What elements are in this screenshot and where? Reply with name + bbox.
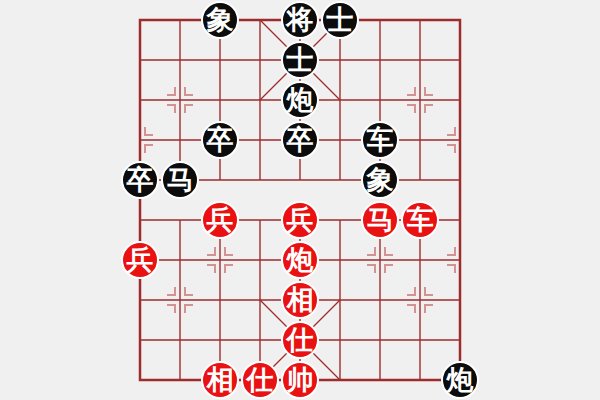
board-point-5-0[interactable]: 士	[320, 0, 360, 40]
black-soldier[interactable]: 卒	[121, 161, 159, 199]
board-point-1-2[interactable]	[160, 80, 200, 120]
board-point-2-0[interactable]: 象	[200, 0, 240, 40]
red-soldier[interactable]: 兵	[281, 201, 319, 239]
board-point-3-3[interactable]	[240, 120, 280, 160]
board-point-3-6[interactable]	[240, 240, 280, 280]
board-point-1-7[interactable]	[160, 280, 200, 320]
board-point-3-7[interactable]	[240, 280, 280, 320]
board-point-8-5[interactable]	[440, 200, 480, 240]
board-point-4-2[interactable]: 炮	[280, 80, 320, 120]
board-point-8-9[interactable]: 炮	[440, 360, 480, 400]
board-point-7-0[interactable]	[400, 0, 440, 40]
board-point-5-3[interactable]	[320, 120, 360, 160]
board-point-8-7[interactable]	[440, 280, 480, 320]
board-point-8-4[interactable]	[440, 160, 480, 200]
black-cannon[interactable]: 炮	[441, 361, 479, 399]
board-point-5-8[interactable]	[320, 320, 360, 360]
board-point-6-5[interactable]: 马	[360, 200, 400, 240]
red-horse[interactable]: 马	[361, 201, 399, 239]
board-point-8-1[interactable]	[440, 40, 480, 80]
red-chariot[interactable]: 车	[401, 201, 439, 239]
board-point-0-8[interactable]	[120, 320, 160, 360]
red-soldier[interactable]: 兵	[201, 201, 239, 239]
board-point-5-4[interactable]	[320, 160, 360, 200]
board-point-5-1[interactable]	[320, 40, 360, 80]
board-point-4-4[interactable]	[280, 160, 320, 200]
board-point-7-7[interactable]	[400, 280, 440, 320]
board-point-7-1[interactable]	[400, 40, 440, 80]
board-point-6-7[interactable]	[360, 280, 400, 320]
board-point-8-3[interactable]	[440, 120, 480, 160]
board-point-3-1[interactable]	[240, 40, 280, 80]
board-point-2-8[interactable]	[200, 320, 240, 360]
board-point-4-0[interactable]: 将	[280, 0, 320, 40]
black-advisor[interactable]: 士	[321, 1, 359, 39]
board-point-0-2[interactable]	[120, 80, 160, 120]
board-point-8-6[interactable]	[440, 240, 480, 280]
red-king[interactable]: 帅	[281, 361, 319, 399]
board-point-7-3[interactable]	[400, 120, 440, 160]
board-point-2-1[interactable]	[200, 40, 240, 80]
board-point-5-7[interactable]	[320, 280, 360, 320]
black-elephant[interactable]: 象	[361, 161, 399, 199]
board-point-4-3[interactable]: 卒	[280, 120, 320, 160]
black-horse[interactable]: 马	[161, 161, 199, 199]
board-point-4-7[interactable]: 相	[280, 280, 320, 320]
board-point-2-4[interactable]	[200, 160, 240, 200]
board-point-4-9[interactable]: 帅	[280, 360, 320, 400]
board-point-4-5[interactable]: 兵	[280, 200, 320, 240]
red-soldier[interactable]: 兵	[121, 241, 159, 279]
pieces-layer: 象将士士炮卒卒车卒马象兵兵马车兵炮相仕相仕帅炮	[120, 0, 480, 400]
black-general[interactable]: 将	[281, 1, 319, 39]
red-elephant[interactable]: 相	[281, 281, 319, 319]
board-point-4-1[interactable]: 士	[280, 40, 320, 80]
board-point-0-4[interactable]: 卒	[120, 160, 160, 200]
board-point-0-3[interactable]	[120, 120, 160, 160]
board-point-4-8[interactable]: 仕	[280, 320, 320, 360]
board-point-1-3[interactable]	[160, 120, 200, 160]
board-point-6-2[interactable]	[360, 80, 400, 120]
black-elephant[interactable]: 象	[201, 1, 239, 39]
board-point-1-5[interactable]	[160, 200, 200, 240]
board-point-1-9[interactable]	[160, 360, 200, 400]
board-point-3-9[interactable]: 仕	[240, 360, 280, 400]
board-point-7-9[interactable]	[400, 360, 440, 400]
board-point-5-2[interactable]	[320, 80, 360, 120]
board-point-5-6[interactable]	[320, 240, 360, 280]
board-point-1-6[interactable]	[160, 240, 200, 280]
board-point-3-5[interactable]	[240, 200, 280, 240]
board-point-6-9[interactable]	[360, 360, 400, 400]
board-point-4-6[interactable]: 炮	[280, 240, 320, 280]
board-point-6-6[interactable]	[360, 240, 400, 280]
board-point-1-8[interactable]	[160, 320, 200, 360]
board-point-6-4[interactable]: 象	[360, 160, 400, 200]
board-point-1-4[interactable]: 马	[160, 160, 200, 200]
xiangqi-board: 象将士士炮卒卒车卒马象兵兵马车兵炮相仕相仕帅炮	[0, 0, 600, 400]
red-cannon[interactable]: 炮	[281, 241, 319, 279]
board-point-2-7[interactable]	[200, 280, 240, 320]
board-point-7-8[interactable]	[400, 320, 440, 360]
board-point-3-2[interactable]	[240, 80, 280, 120]
red-advisor[interactable]: 仕	[281, 321, 319, 359]
board-point-7-2[interactable]	[400, 80, 440, 120]
board-point-2-2[interactable]	[200, 80, 240, 120]
board-point-6-0[interactable]	[360, 0, 400, 40]
black-soldier[interactable]: 卒	[281, 121, 319, 159]
black-chariot[interactable]: 车	[361, 121, 399, 159]
board-point-2-9[interactable]: 相	[200, 360, 240, 400]
black-cannon[interactable]: 炮	[281, 81, 319, 119]
board-point-2-5[interactable]: 兵	[200, 200, 240, 240]
red-advisor[interactable]: 仕	[241, 361, 279, 399]
board-point-1-0[interactable]	[160, 0, 200, 40]
board-point-3-0[interactable]	[240, 0, 280, 40]
board-point-7-6[interactable]	[400, 240, 440, 280]
board-point-0-0[interactable]	[120, 0, 160, 40]
board-point-6-1[interactable]	[360, 40, 400, 80]
board-point-5-9[interactable]	[320, 360, 360, 400]
board-point-7-4[interactable]	[400, 160, 440, 200]
board-point-0-9[interactable]	[120, 360, 160, 400]
board-point-0-5[interactable]	[120, 200, 160, 240]
black-soldier[interactable]: 卒	[201, 121, 239, 159]
red-elephant[interactable]: 相	[201, 361, 239, 399]
board-point-1-1[interactable]	[160, 40, 200, 80]
board-point-0-6[interactable]: 兵	[120, 240, 160, 280]
board-point-3-4[interactable]	[240, 160, 280, 200]
board-point-3-8[interactable]	[240, 320, 280, 360]
board-point-6-8[interactable]	[360, 320, 400, 360]
board-point-5-5[interactable]	[320, 200, 360, 240]
board-point-7-5[interactable]: 车	[400, 200, 440, 240]
board-point-2-6[interactable]	[200, 240, 240, 280]
board-point-8-2[interactable]	[440, 80, 480, 120]
board-point-0-7[interactable]	[120, 280, 160, 320]
black-advisor[interactable]: 士	[281, 41, 319, 79]
board-point-2-3[interactable]: 卒	[200, 120, 240, 160]
board-point-0-1[interactable]	[120, 40, 160, 80]
board-point-8-8[interactable]	[440, 320, 480, 360]
board-point-6-3[interactable]: 车	[360, 120, 400, 160]
board-point-8-0[interactable]	[440, 0, 480, 40]
